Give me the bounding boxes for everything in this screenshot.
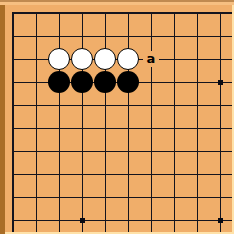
white-stone <box>71 48 93 70</box>
star-point <box>218 80 223 85</box>
go-board: a <box>0 0 234 234</box>
white-stone <box>117 48 139 70</box>
grid-line-vertical <box>105 12 106 234</box>
board-cut-edge-bottom <box>0 232 234 234</box>
grid-line-vertical <box>82 12 83 234</box>
grid-line-vertical <box>174 12 175 234</box>
grid-line-vertical <box>59 12 60 234</box>
grid-line-vertical <box>220 12 221 234</box>
white-stone <box>94 48 116 70</box>
grid-line-vertical <box>151 12 152 234</box>
black-stone <box>94 71 116 93</box>
grid-line-horizontal <box>12 36 234 37</box>
grid-line-horizontal <box>12 151 234 152</box>
grid-line-vertical <box>197 12 198 234</box>
grid-line-horizontal <box>12 128 234 129</box>
grid-line-horizontal <box>12 220 234 221</box>
star-point <box>218 218 223 223</box>
black-stone <box>117 71 139 93</box>
board-bevel-left <box>0 0 5 234</box>
board-bevel-top-highlight <box>0 2 234 5</box>
grid-line-horizontal <box>12 12 234 14</box>
grid-line-vertical <box>12 12 14 234</box>
grid-line-horizontal <box>12 105 234 106</box>
grid-line-horizontal <box>12 197 234 198</box>
black-stone <box>48 71 70 93</box>
board-cut-edge-right <box>232 0 234 234</box>
grid-line-horizontal <box>12 174 234 175</box>
white-stone <box>48 48 70 70</box>
grid-line-vertical <box>36 12 37 234</box>
star-point <box>80 218 85 223</box>
grid-line-vertical <box>128 12 129 234</box>
black-stone <box>71 71 93 93</box>
go-diagram: a <box>0 0 234 234</box>
point-label: a <box>143 51 159 67</box>
